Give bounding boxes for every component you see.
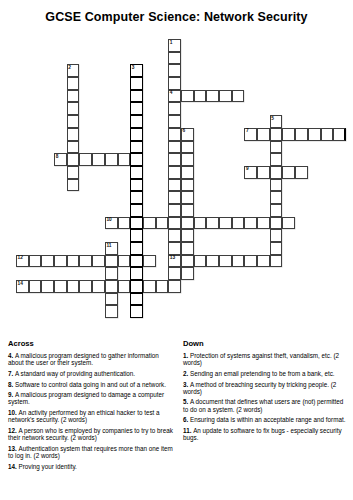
across-clues-section: Across 4. A malicious program designed t… — [8, 340, 176, 473]
grid-cell[interactable] — [270, 191, 283, 204]
grid-cell[interactable] — [333, 128, 346, 141]
grid-cell[interactable] — [105, 293, 118, 306]
grid-cell[interactable] — [67, 102, 80, 115]
grid-cell[interactable] — [219, 255, 232, 268]
grid-cell[interactable] — [194, 255, 207, 268]
grid-cell[interactable] — [181, 166, 194, 179]
clue-number-label: 13 — [170, 255, 175, 260]
down-clue-list: 1. Protection of systems against theft, … — [183, 352, 349, 441]
clue-number: 6. — [183, 416, 190, 423]
grid-cell[interactable] — [130, 293, 143, 306]
grid-cell[interactable] — [168, 64, 181, 77]
clue-number: 7. — [8, 370, 15, 377]
grid-cell[interactable] — [67, 153, 80, 166]
grid-cell[interactable] — [67, 115, 80, 128]
clue-number: 3. — [183, 381, 190, 388]
grid-cell[interactable] — [257, 217, 270, 230]
grid-cell[interactable] — [270, 153, 283, 166]
grid-cell[interactable] — [181, 217, 194, 230]
clue-number-label: 10 — [106, 217, 111, 222]
clue-number-label: 1 — [170, 40, 173, 45]
grid-cell[interactable] — [321, 128, 334, 141]
clue-item: 11. An update to software to fix bugs - … — [183, 427, 349, 441]
grid-cell[interactable] — [295, 128, 308, 141]
crossword-grid: 1234567891011121314 — [16, 39, 346, 318]
grid-cell[interactable] — [181, 229, 194, 242]
grid-cell[interactable]: 1 — [168, 39, 181, 52]
grid-cell[interactable] — [168, 141, 181, 154]
clue-item: 4. A malicious program designed to gathe… — [8, 352, 176, 366]
grid-cell[interactable] — [168, 102, 181, 115]
grid-cell[interactable] — [29, 255, 42, 268]
grid-cell[interactable] — [168, 52, 181, 65]
grid-cell[interactable] — [92, 255, 105, 268]
grid-cell[interactable] — [29, 280, 42, 293]
clue-number: 12. — [8, 427, 19, 434]
grid-cell[interactable] — [118, 153, 131, 166]
grid-cell[interactable] — [181, 141, 194, 154]
grid-cell[interactable] — [67, 280, 80, 293]
grid-cell[interactable] — [143, 217, 156, 230]
grid-cell[interactable] — [168, 115, 181, 128]
clue-item: 8. Software to control data going in and… — [8, 381, 176, 388]
grid-cell[interactable] — [232, 90, 245, 103]
grid-cell[interactable] — [92, 153, 105, 166]
grid-cell[interactable] — [270, 166, 283, 179]
grid-cell[interactable] — [130, 229, 143, 242]
clue-number: 8. — [8, 381, 15, 388]
grid-cell[interactable] — [206, 255, 219, 268]
across-clue-list: 4. A malicious program designed to gathe… — [8, 352, 176, 470]
grid-cell[interactable] — [181, 242, 194, 255]
grid-cell[interactable] — [130, 242, 143, 255]
grid-cell[interactable] — [130, 217, 143, 230]
grid-cell[interactable] — [118, 280, 131, 293]
grid-cell[interactable] — [168, 166, 181, 179]
grid-cell[interactable] — [79, 255, 92, 268]
grid-cell[interactable]: 14 — [16, 280, 29, 293]
clue-number: 11. — [183, 427, 193, 434]
grid-cell[interactable]: 2 — [67, 64, 80, 77]
grid-cell[interactable] — [219, 217, 232, 230]
clue-number-label: 3 — [132, 65, 135, 70]
grid-cell[interactable] — [130, 204, 143, 217]
clue-number-label: 8 — [56, 154, 59, 159]
grid-cell[interactable] — [130, 280, 143, 293]
grid-cell[interactable] — [67, 128, 80, 141]
clue-item: 7. A standard way of providing authentic… — [8, 370, 176, 377]
clue-item: 2. Sending an email pretending to be fro… — [183, 370, 349, 377]
clue-number-label: 14 — [18, 281, 23, 286]
grid-cell[interactable]: 6 — [181, 128, 194, 141]
grid-cell[interactable] — [270, 217, 283, 230]
grid-cell[interactable] — [168, 179, 181, 192]
clue-number: 4. — [8, 352, 15, 359]
grid-cell[interactable] — [168, 280, 181, 293]
grid-cell[interactable] — [181, 90, 194, 103]
grid-cell[interactable] — [41, 255, 54, 268]
grid-cell[interactable] — [105, 267, 118, 280]
grid-cell[interactable] — [130, 179, 143, 192]
grid-cell[interactable] — [118, 255, 131, 268]
clue-number: 9. — [8, 391, 15, 398]
down-clues-section: Down 1. Protection of systems against th… — [183, 340, 349, 445]
grid-cell[interactable] — [67, 255, 80, 268]
grid-cell[interactable] — [79, 280, 92, 293]
grid-cell[interactable] — [67, 77, 80, 90]
grid-cell[interactable] — [181, 267, 194, 280]
grid-cell[interactable] — [257, 255, 270, 268]
clue-number: 5. — [183, 398, 190, 405]
clue-number-label: 5 — [271, 116, 274, 121]
worksheet-page: GCSE Computer Science: Network Security … — [0, 0, 353, 500]
grid-cell[interactable] — [270, 255, 283, 268]
grid-cell[interactable]: 4 — [168, 90, 181, 103]
grid-cell[interactable] — [105, 255, 118, 268]
grid-cell[interactable] — [130, 153, 143, 166]
grid-cell[interactable] — [194, 90, 207, 103]
clue-number-label: 11 — [106, 243, 111, 248]
grid-cell[interactable] — [181, 191, 194, 204]
clue-number: 14. — [8, 463, 19, 470]
grid-cell[interactable]: 11 — [105, 242, 118, 255]
grid-cell[interactable]: 10 — [105, 217, 118, 230]
grid-cell[interactable] — [130, 305, 143, 318]
grid-cell[interactable] — [54, 280, 67, 293]
clue-number: 13. — [8, 445, 19, 452]
grid-cell[interactable] — [219, 90, 232, 103]
grid-cell[interactable]: 5 — [270, 115, 283, 128]
grid-cell[interactable] — [168, 204, 181, 217]
grid-cell[interactable] — [270, 141, 283, 154]
grid-cell[interactable] — [168, 191, 181, 204]
grid-cell[interactable] — [130, 141, 143, 154]
grid-cell[interactable] — [257, 128, 270, 141]
grid-cell[interactable] — [295, 166, 308, 179]
grid-cell[interactable] — [168, 153, 181, 166]
clue-item: 5. A document that defines what users ar… — [183, 398, 349, 412]
grid-cell[interactable] — [270, 179, 283, 192]
grid-cell[interactable] — [206, 217, 219, 230]
grid-cell[interactable] — [181, 204, 194, 217]
grid-cell[interactable] — [168, 229, 181, 242]
grid-cell[interactable] — [168, 242, 181, 255]
grid-cell[interactable] — [244, 255, 257, 268]
grid-cell[interactable] — [67, 166, 80, 179]
down-header: Down — [183, 340, 349, 349]
grid-cell[interactable] — [308, 128, 321, 141]
grid-cell[interactable] — [130, 102, 143, 115]
grid-cell[interactable] — [130, 191, 143, 204]
clue-number: 10. — [8, 409, 19, 416]
grid-cell[interactable] — [143, 280, 156, 293]
grid-cell[interactable] — [67, 141, 80, 154]
grid-cell[interactable] — [206, 90, 219, 103]
clue-number: 2. — [183, 370, 190, 377]
grid-cell[interactable] — [181, 153, 194, 166]
grid-cell[interactable] — [232, 217, 245, 230]
grid-cell[interactable] — [232, 255, 245, 268]
grid-cell[interactable] — [270, 229, 283, 242]
grid-cell[interactable]: 12 — [16, 255, 29, 268]
grid-cell[interactable] — [105, 305, 118, 318]
grid-cell[interactable]: 13 — [168, 255, 181, 268]
grid-cell[interactable] — [79, 153, 92, 166]
clue-item: 13. Authentication system that requires … — [8, 445, 176, 459]
grid-cell[interactable]: 9 — [244, 166, 257, 179]
grid-cell[interactable] — [270, 128, 283, 141]
clue-item: 10. An activity performed by an ethical … — [8, 409, 176, 423]
clue-item: 12. A person who is employed by companie… — [8, 427, 176, 441]
grid-cell[interactable] — [130, 267, 143, 280]
clue-number-label: 6 — [183, 128, 186, 133]
clue-item: 6. Ensuring data is within an acceptable… — [183, 416, 349, 423]
grid-cell[interactable] — [130, 90, 143, 103]
grid-cell[interactable] — [168, 217, 181, 230]
grid-cell[interactable] — [270, 242, 283, 255]
clue-number-label: 4 — [170, 90, 173, 95]
grid-cell[interactable] — [257, 166, 270, 179]
clue-number-label: 2 — [68, 65, 71, 70]
across-header: Across — [8, 340, 176, 349]
grid-cell[interactable] — [41, 280, 54, 293]
grid-cell[interactable] — [282, 166, 295, 179]
grid-cell[interactable] — [143, 255, 156, 268]
clue-item: 9. A malicious program designed to damag… — [8, 391, 176, 405]
grid-cell[interactable] — [92, 280, 105, 293]
grid-cell[interactable] — [282, 217, 295, 230]
clue-item: 14. Proving your identity. — [8, 463, 176, 470]
grid-cell[interactable] — [118, 217, 131, 230]
grid-cell[interactable] — [67, 90, 80, 103]
grid-cell[interactable] — [168, 77, 181, 90]
grid-cell[interactable] — [130, 115, 143, 128]
grid-cell[interactable] — [156, 280, 169, 293]
page-title: GCSE Computer Science: Network Security — [0, 10, 353, 24]
grid-cell[interactable] — [105, 280, 118, 293]
grid-cell[interactable] — [130, 77, 143, 90]
grid-cell[interactable] — [130, 128, 143, 141]
clue-number-label: 9 — [246, 166, 249, 171]
grid-cell[interactable] — [194, 217, 207, 230]
grid-cell[interactable] — [270, 204, 283, 217]
grid-cell[interactable] — [130, 255, 143, 268]
grid-cell[interactable] — [156, 217, 169, 230]
grid-cell[interactable] — [181, 255, 194, 268]
grid-cell[interactable] — [105, 153, 118, 166]
clue-number-label: 7 — [246, 128, 249, 133]
grid-cell[interactable] — [181, 179, 194, 192]
grid-cell[interactable] — [67, 179, 80, 192]
grid-cell[interactable] — [168, 267, 181, 280]
grid-cell[interactable]: 8 — [54, 153, 67, 166]
clue-number: 1. — [183, 352, 190, 359]
grid-cell[interactable] — [168, 128, 181, 141]
grid-cell[interactable]: 3 — [130, 64, 143, 77]
grid-cell[interactable] — [282, 128, 295, 141]
clue-item: 3. A method of breaching security by tri… — [183, 381, 349, 395]
clue-number-label: 12 — [18, 255, 23, 260]
grid-cell[interactable] — [54, 255, 67, 268]
clue-item: 1. Protection of systems against theft, … — [183, 352, 349, 366]
grid-cell[interactable]: 7 — [244, 128, 257, 141]
grid-cell[interactable] — [244, 217, 257, 230]
grid-cell[interactable] — [130, 166, 143, 179]
